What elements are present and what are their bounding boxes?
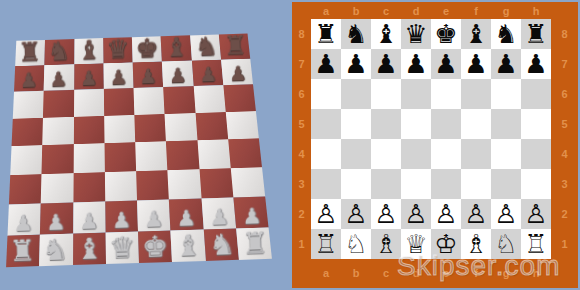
square3d-a2: ♟ [8, 203, 41, 235]
square3d-d7: ♟ [103, 62, 133, 89]
square3d-f7: ♟ [162, 60, 193, 87]
black-pawn: ♟ [13, 70, 43, 91]
square-h8[interactable]: ♜ [521, 19, 551, 49]
square3d-g2: ♟ [201, 197, 236, 229]
square3d-g5 [195, 112, 228, 141]
square3d-c7: ♟ [74, 63, 104, 90]
square3d-d2: ♟ [105, 200, 138, 232]
square-e7[interactable]: ♟ [431, 49, 461, 79]
square-a4[interactable] [311, 139, 341, 169]
square3d-b7: ♟ [44, 64, 74, 91]
square3d-a8: ♜ [15, 40, 45, 66]
square-h6[interactable] [521, 79, 551, 109]
square3d-g7: ♟ [191, 59, 223, 86]
rank-labels-right: 87654321 [551, 19, 578, 259]
square-a5[interactable] [311, 109, 341, 139]
square-h1[interactable]: ♖ [521, 229, 551, 259]
rank-label-7: 7 [292, 49, 311, 79]
black-pawn: ♟ [371, 49, 401, 79]
rank-label-3: 3 [292, 169, 311, 199]
square-g1[interactable]: ♘ [491, 229, 521, 259]
file-labels-bottom: abcdefgh [311, 259, 551, 287]
white-pawn: ♟ [203, 206, 236, 229]
file-label-h: h [521, 259, 551, 287]
square-b5[interactable] [341, 109, 371, 139]
square3d-e3 [136, 170, 169, 201]
black-bishop: ♝ [73, 37, 103, 64]
right-2d-chessboard-panel: abcdefgh 87654321 ♜♞♝♛♚♝♞♜♟♟♟♟♟♟♟♟♙♙♙♙♙♙… [292, 2, 578, 288]
square-d1[interactable]: ♕ [401, 229, 431, 259]
white-pawn: ♙ [431, 199, 461, 229]
rank-label-4: 4 [292, 139, 311, 169]
rank-label-1: 1 [292, 229, 311, 259]
square-e5[interactable] [431, 109, 461, 139]
black-bishop: ♝ [461, 19, 491, 49]
square3d-h5 [225, 111, 258, 140]
square-d4[interactable] [401, 139, 431, 169]
file-label-g: g [491, 2, 521, 19]
white-pawn: ♙ [371, 199, 401, 229]
file-label-f: f [461, 259, 491, 287]
file-label-b: b [341, 259, 371, 287]
square-e1[interactable]: ♔ [431, 229, 461, 259]
board-3d-grid: ♜♞♝♛♚♝♞♜♟♟♟♟♟♟♟♟♟♟♟♟♟♟♟♟♜♞♝♛♚♝♞♜ [6, 34, 272, 268]
black-pawn: ♟ [133, 67, 163, 88]
square3d-e8: ♚ [132, 36, 162, 62]
square3d-h7: ♟ [221, 58, 253, 85]
square-g5[interactable] [491, 109, 521, 139]
black-pawn: ♟ [461, 49, 491, 79]
white-pawn: ♟ [170, 207, 203, 230]
square3d-a1: ♜ [6, 234, 40, 267]
square3d-b5 [42, 117, 73, 146]
square-e4[interactable] [431, 139, 461, 169]
white-pawn: ♙ [341, 199, 371, 229]
black-pawn: ♟ [222, 64, 252, 85]
rank-label-3: 3 [551, 169, 578, 199]
black-pawn: ♟ [103, 67, 133, 88]
file-label-b: b [341, 2, 371, 19]
square-c3[interactable] [371, 169, 401, 199]
square-d3[interactable] [401, 169, 431, 199]
square-c8[interactable]: ♝ [371, 19, 401, 49]
white-bishop: ♗ [461, 229, 491, 259]
rank-label-8: 8 [292, 19, 311, 49]
square3d-g8: ♞ [190, 34, 221, 60]
screenshot-root: ♜♞♝♛♚♝♞♜♟♟♟♟♟♟♟♟♟♟♟♟♟♟♟♟♜♞♝♛♚♝♞♜ abcdefg… [0, 0, 580, 290]
white-rook: ♜ [238, 229, 272, 259]
black-pawn: ♟ [341, 49, 371, 79]
square3d-c5 [73, 116, 104, 145]
square-c2[interactable]: ♙ [371, 199, 401, 229]
black-king: ♚ [431, 19, 461, 49]
square3d-f1: ♝ [171, 229, 206, 262]
square-f7[interactable]: ♟ [461, 49, 491, 79]
square3d-b6 [43, 90, 74, 118]
square3d-a7: ♟ [14, 65, 45, 92]
square3d-h2: ♟ [233, 196, 268, 228]
square3d-c8: ♝ [74, 38, 103, 64]
square-c7[interactable]: ♟ [371, 49, 401, 79]
file-label-a: a [311, 259, 341, 287]
square3d-d5 [104, 115, 135, 144]
rank-labels-left: 87654321 [292, 19, 311, 259]
square3d-a6 [13, 91, 44, 119]
square-e2[interactable]: ♙ [431, 199, 461, 229]
white-bishop: ♗ [371, 229, 401, 259]
white-pawn: ♙ [521, 199, 551, 229]
square3d-d8: ♛ [103, 37, 133, 63]
square-d6[interactable] [401, 79, 431, 109]
white-queen: ♕ [401, 229, 431, 259]
square-b7[interactable]: ♟ [341, 49, 371, 79]
square-e6[interactable] [431, 79, 461, 109]
square-g6[interactable] [491, 79, 521, 109]
square3d-e1: ♚ [138, 230, 172, 263]
square3d-e5 [134, 114, 166, 143]
square-g3[interactable] [491, 169, 521, 199]
file-label-h: h [521, 2, 551, 19]
square3d-d1: ♛ [105, 231, 139, 264]
square3d-g4 [197, 139, 230, 169]
white-pawn: ♟ [72, 210, 105, 233]
square3d-g1: ♞ [203, 228, 238, 261]
square3d-g3 [199, 168, 233, 199]
black-pawn: ♟ [73, 68, 103, 89]
black-pawn: ♟ [193, 65, 223, 86]
square3d-c1: ♝ [73, 232, 106, 265]
black-pawn: ♟ [43, 69, 73, 90]
file-label-f: f [461, 2, 491, 19]
square3d-g6 [193, 85, 225, 113]
left-3d-chessboard: ♜♞♝♛♚♝♞♜♟♟♟♟♟♟♟♟♟♟♟♟♟♟♟♟♜♞♝♛♚♝♞♜ [0, 0, 285, 290]
square3d-e7: ♟ [133, 61, 164, 88]
square3d-d4 [104, 142, 136, 172]
rank-label-6: 6 [551, 79, 578, 109]
square-a7[interactable]: ♟ [311, 49, 341, 79]
square-f8[interactable]: ♝ [461, 19, 491, 49]
black-rook: ♜ [521, 19, 551, 49]
square-a6[interactable] [311, 79, 341, 109]
square3d-h3 [230, 167, 265, 198]
square3d-f3 [168, 169, 202, 200]
black-pawn: ♟ [491, 49, 521, 79]
square-d5[interactable] [401, 109, 431, 139]
square-f5[interactable] [461, 109, 491, 139]
square-h4[interactable] [521, 139, 551, 169]
rank-label-7: 7 [551, 49, 578, 79]
square-g8[interactable]: ♞ [491, 19, 521, 49]
black-rook: ♜ [220, 32, 250, 59]
square3d-b3 [41, 173, 73, 204]
square-h2[interactable]: ♙ [521, 199, 551, 229]
square3d-f2: ♟ [169, 198, 203, 230]
square-f2[interactable]: ♙ [461, 199, 491, 229]
white-pawn: ♙ [401, 199, 431, 229]
file-labels-top: abcdefgh [311, 2, 551, 19]
white-queen: ♛ [105, 233, 139, 263]
file-label-c: c [371, 259, 401, 287]
rank-label-5: 5 [551, 109, 578, 139]
square-g2[interactable]: ♙ [491, 199, 521, 229]
square-f4[interactable] [461, 139, 491, 169]
square-f3[interactable] [461, 169, 491, 199]
white-pawn: ♟ [137, 208, 170, 231]
square-g4[interactable] [491, 139, 521, 169]
board-2d-grid: ♜♞♝♛♚♝♞♜♟♟♟♟♟♟♟♟♙♙♙♙♙♙♙♙♖♘♗♕♔♗♘♖ [311, 19, 551, 259]
file-label-a: a [311, 2, 341, 19]
square-d2[interactable]: ♙ [401, 199, 431, 229]
square-b4[interactable] [341, 139, 371, 169]
black-pawn: ♟ [311, 49, 341, 79]
square3d-e2: ♟ [137, 199, 171, 231]
white-pawn: ♟ [235, 205, 268, 228]
square-b2[interactable]: ♙ [341, 199, 371, 229]
file-label-c: c [371, 2, 401, 19]
square3d-f4 [166, 140, 199, 170]
square-b3[interactable] [341, 169, 371, 199]
white-pawn: ♙ [311, 199, 341, 229]
square3d-b2: ♟ [40, 202, 73, 234]
white-knight: ♘ [341, 229, 371, 259]
white-knight: ♞ [38, 235, 72, 265]
square3d-c4 [73, 143, 104, 173]
rank-label-6: 6 [292, 79, 311, 109]
square-a8[interactable]: ♜ [311, 19, 341, 49]
black-pawn: ♟ [431, 49, 461, 79]
rank-label-2: 2 [292, 199, 311, 229]
file-label-e: e [431, 2, 461, 19]
rank-label-2: 2 [551, 199, 578, 229]
square-c1[interactable]: ♗ [371, 229, 401, 259]
white-pawn: ♟ [39, 211, 72, 234]
square3d-h6 [223, 84, 256, 112]
square3d-h8: ♜ [219, 34, 251, 60]
square3d-d3 [105, 171, 137, 202]
square-c4[interactable] [371, 139, 401, 169]
square3d-b4 [42, 144, 74, 174]
black-pawn: ♟ [401, 49, 431, 79]
square-h5[interactable] [521, 109, 551, 139]
black-pawn: ♟ [163, 66, 193, 87]
square3d-c3 [73, 172, 105, 203]
white-bishop: ♝ [171, 231, 205, 261]
square3d-c6 [74, 89, 104, 117]
square-a2[interactable]: ♙ [311, 199, 341, 229]
white-king: ♚ [138, 232, 172, 262]
rank-label-4: 4 [551, 139, 578, 169]
square3d-f8: ♝ [161, 35, 192, 61]
square3d-d6 [104, 88, 135, 116]
square-c6[interactable] [371, 79, 401, 109]
file-label-e: e [431, 259, 461, 287]
file-label-d: d [401, 2, 431, 19]
square-f1[interactable]: ♗ [461, 229, 491, 259]
square-b1[interactable]: ♘ [341, 229, 371, 259]
black-bishop: ♝ [371, 19, 401, 49]
rank-label-1: 1 [551, 229, 578, 259]
square-d8[interactable]: ♛ [401, 19, 431, 49]
square-b8[interactable]: ♞ [341, 19, 371, 49]
square3d-h1: ♜ [236, 227, 272, 260]
square3d-e4 [135, 141, 167, 171]
square-d7[interactable]: ♟ [401, 49, 431, 79]
square-h7[interactable]: ♟ [521, 49, 551, 79]
white-rook: ♖ [521, 229, 551, 259]
square-a1[interactable]: ♖ [311, 229, 341, 259]
black-bishop: ♝ [161, 34, 191, 61]
black-knight: ♞ [341, 19, 371, 49]
white-pawn: ♟ [105, 209, 138, 232]
square-f6[interactable] [461, 79, 491, 109]
square3d-b8: ♞ [45, 39, 75, 65]
black-queen: ♛ [102, 36, 132, 63]
black-pawn: ♟ [521, 49, 551, 79]
black-queen: ♛ [401, 19, 431, 49]
square-e8[interactable]: ♚ [431, 19, 461, 49]
square3d-h4 [228, 138, 262, 168]
white-rook: ♜ [5, 236, 39, 266]
square3d-e6 [133, 87, 164, 115]
square3d-c2: ♟ [73, 201, 106, 233]
black-king: ♚ [132, 35, 162, 62]
white-bishop: ♝ [72, 234, 106, 264]
square3d-a3 [9, 174, 42, 205]
square3d-f6 [163, 86, 195, 114]
square-g7[interactable]: ♟ [491, 49, 521, 79]
square-e3[interactable] [431, 169, 461, 199]
white-rook: ♖ [311, 229, 341, 259]
square3d-a4 [10, 145, 42, 175]
black-rook: ♜ [311, 19, 341, 49]
square-h3[interactable] [521, 169, 551, 199]
black-knight: ♞ [191, 33, 221, 60]
white-pawn: ♙ [491, 199, 521, 229]
square-b6[interactable] [341, 79, 371, 109]
white-knight: ♘ [491, 229, 521, 259]
rank-label-8: 8 [551, 19, 578, 49]
white-pawn: ♙ [461, 199, 491, 229]
black-rook: ♜ [14, 39, 44, 66]
square3d-f5 [165, 113, 197, 142]
rank-label-5: 5 [292, 109, 311, 139]
white-king: ♔ [431, 229, 461, 259]
square-c5[interactable] [371, 109, 401, 139]
file-label-g: g [491, 259, 521, 287]
black-knight: ♞ [491, 19, 521, 49]
square3d-a5 [12, 117, 44, 146]
file-label-d: d [401, 259, 431, 287]
white-knight: ♞ [204, 230, 238, 260]
square-a3[interactable] [311, 169, 341, 199]
black-knight: ♞ [44, 38, 74, 65]
square3d-b1: ♞ [39, 233, 72, 266]
white-pawn: ♟ [7, 212, 40, 235]
